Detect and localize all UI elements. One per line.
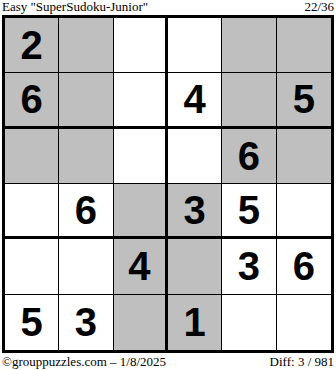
cell-r2c2[interactable] [59,73,113,128]
cell-r3c3[interactable] [114,129,168,184]
cell-r4c5: 5 [222,184,276,239]
cell-r4c2: 6 [59,184,113,239]
cell-r1c6[interactable] [277,18,331,73]
cell-r3c4[interactable] [168,129,222,184]
cell-r5c2[interactable] [59,239,113,294]
puzzle-page: Easy "SuperSudoku-Junior" 22/36 26456635… [0,0,336,370]
cell-r3c1[interactable] [5,129,59,184]
cell-r4c3[interactable] [114,184,168,239]
cell-r6c6[interactable] [277,295,331,350]
puzzle-title: Easy "SuperSudoku-Junior" [2,0,148,14]
cell-r6c5[interactable] [222,295,276,350]
cells-remaining-counter: 22/36 [304,0,334,14]
cell-r4c1[interactable] [5,184,59,239]
cell-r2c6: 5 [277,73,331,128]
footer: ©grouppuzzles.com – 1/8/2025 Diff: 3 / 9… [2,355,334,369]
cell-r1c1: 2 [5,18,59,73]
cell-r5c5: 3 [222,239,276,294]
cell-r5c1[interactable] [5,239,59,294]
cell-r6c2: 3 [59,295,113,350]
cell-r5c6: 6 [277,239,331,294]
cell-r3c5: 6 [222,129,276,184]
header: Easy "SuperSudoku-Junior" 22/36 [2,0,334,14]
cell-r6c1: 5 [5,295,59,350]
cell-r1c4[interactable] [168,18,222,73]
cell-r5c4[interactable] [168,239,222,294]
cell-r2c1: 6 [5,73,59,128]
cell-r1c2[interactable] [59,18,113,73]
cell-r6c4: 1 [168,295,222,350]
cell-r3c6[interactable] [277,129,331,184]
sudoku-board: 26456635436531 [2,15,334,353]
cell-r2c4: 4 [168,73,222,128]
cell-r6c3[interactable] [114,295,168,350]
cell-r4c6[interactable] [277,184,331,239]
cell-r3c2[interactable] [59,129,113,184]
cell-r5c3: 4 [114,239,168,294]
cell-r1c3[interactable] [114,18,168,73]
difficulty-label: Diff: 3 / 981 [270,355,334,369]
cell-r4c4: 3 [168,184,222,239]
copyright-date: ©grouppuzzles.com – 1/8/2025 [2,355,166,369]
cell-r1c5[interactable] [222,18,276,73]
cell-r2c5[interactable] [222,73,276,128]
cell-r2c3[interactable] [114,73,168,128]
